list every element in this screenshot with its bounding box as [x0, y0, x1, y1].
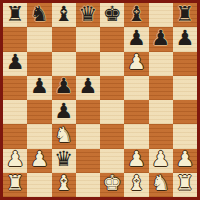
square-g6[interactable] [149, 52, 173, 76]
piece-black-N-b8: ♞ [30, 4, 49, 25]
square-f6[interactable]: ♟ [124, 52, 148, 76]
piece-white-P-h2: ♟ [175, 149, 194, 170]
square-a2[interactable]: ♟ [3, 149, 27, 173]
piece-white-N-g1: ♞ [151, 173, 170, 194]
piece-white-P-b2: ♟ [30, 149, 49, 170]
square-e7[interactable] [100, 27, 124, 51]
piece-white-K-e1: ♚ [103, 173, 122, 194]
piece-black-P-g7: ♟ [151, 28, 170, 49]
square-g3[interactable] [149, 124, 173, 148]
square-e3[interactable] [100, 124, 124, 148]
square-a6[interactable]: ♟ [3, 52, 27, 76]
piece-black-B-c8: ♝ [54, 4, 73, 25]
piece-black-P-f7: ♟ [127, 28, 146, 49]
chess-board: ♜♞♝♛♚♝♜♟♟♟♟♟♟♟♟♟♞♟♟♛♟♟♟♜♝♚♝♞♜ [0, 0, 200, 200]
piece-black-R-a8: ♜ [6, 4, 25, 25]
chess-board-grid: ♜♞♝♛♚♝♜♟♟♟♟♟♟♟♟♟♞♟♟♛♟♟♟♜♝♚♝♞♜ [3, 3, 197, 197]
piece-white-R-a1: ♜ [6, 173, 25, 194]
piece-white-B-f1: ♝ [127, 173, 146, 194]
square-b6[interactable] [27, 52, 51, 76]
square-b2[interactable]: ♟ [27, 149, 51, 173]
square-h7[interactable]: ♟ [173, 27, 197, 51]
square-h8[interactable]: ♜ [173, 3, 197, 27]
square-d5[interactable]: ♟ [76, 76, 100, 100]
square-c8[interactable]: ♝ [52, 3, 76, 27]
piece-white-P-g2: ♟ [151, 149, 170, 170]
square-b4[interactable] [27, 100, 51, 124]
square-d7[interactable] [76, 27, 100, 51]
square-c1[interactable]: ♝ [52, 173, 76, 197]
square-g1[interactable]: ♞ [149, 173, 173, 197]
piece-black-P-b5: ♟ [30, 76, 49, 97]
square-d4[interactable] [76, 100, 100, 124]
square-f7[interactable]: ♟ [124, 27, 148, 51]
square-f3[interactable] [124, 124, 148, 148]
square-c7[interactable] [52, 27, 76, 51]
piece-black-Q-c2: ♛ [54, 149, 73, 170]
piece-black-P-d5: ♟ [78, 76, 97, 97]
square-f4[interactable] [124, 100, 148, 124]
square-f5[interactable] [124, 76, 148, 100]
square-a7[interactable] [3, 27, 27, 51]
square-e6[interactable] [100, 52, 124, 76]
square-f1[interactable]: ♝ [124, 173, 148, 197]
square-f8[interactable]: ♝ [124, 3, 148, 27]
square-h1[interactable]: ♜ [173, 173, 197, 197]
piece-white-P-f2: ♟ [127, 149, 146, 170]
square-a5[interactable] [3, 76, 27, 100]
square-c6[interactable] [52, 52, 76, 76]
piece-white-B-c1: ♝ [54, 173, 73, 194]
piece-white-R-h1: ♜ [175, 173, 194, 194]
piece-black-R-h8: ♜ [175, 4, 194, 25]
square-a1[interactable]: ♜ [3, 173, 27, 197]
piece-black-P-c5: ♟ [54, 76, 73, 97]
square-e5[interactable] [100, 76, 124, 100]
piece-black-P-a6: ♟ [6, 52, 25, 73]
square-h3[interactable] [173, 124, 197, 148]
square-e4[interactable] [100, 100, 124, 124]
piece-white-N-c3: ♞ [54, 125, 73, 146]
square-h5[interactable] [173, 76, 197, 100]
square-e1[interactable]: ♚ [100, 173, 124, 197]
square-a4[interactable] [3, 100, 27, 124]
piece-white-P-a2: ♟ [6, 149, 25, 170]
square-b7[interactable] [27, 27, 51, 51]
piece-black-P-h7: ♟ [175, 28, 194, 49]
square-g4[interactable] [149, 100, 173, 124]
square-h2[interactable]: ♟ [173, 149, 197, 173]
square-c5[interactable]: ♟ [52, 76, 76, 100]
square-g5[interactable] [149, 76, 173, 100]
piece-black-P-c4: ♟ [54, 101, 73, 122]
square-f2[interactable]: ♟ [124, 149, 148, 173]
square-e2[interactable] [100, 149, 124, 173]
square-g2[interactable]: ♟ [149, 149, 173, 173]
square-c4[interactable]: ♟ [52, 100, 76, 124]
square-a8[interactable]: ♜ [3, 3, 27, 27]
piece-black-K-e8: ♚ [103, 4, 122, 25]
square-h6[interactable] [173, 52, 197, 76]
square-e8[interactable]: ♚ [100, 3, 124, 27]
piece-white-P-f6: ♟ [127, 52, 146, 73]
square-d1[interactable] [76, 173, 100, 197]
square-d3[interactable] [76, 124, 100, 148]
square-h4[interactable] [173, 100, 197, 124]
square-d8[interactable]: ♛ [76, 3, 100, 27]
square-b5[interactable]: ♟ [27, 76, 51, 100]
square-b1[interactable] [27, 173, 51, 197]
square-b8[interactable]: ♞ [27, 3, 51, 27]
piece-black-Q-d8: ♛ [78, 4, 97, 25]
square-d6[interactable] [76, 52, 100, 76]
piece-black-B-f8: ♝ [127, 4, 146, 25]
square-g8[interactable] [149, 3, 173, 27]
square-g7[interactable]: ♟ [149, 27, 173, 51]
square-b3[interactable] [27, 124, 51, 148]
square-d2[interactable] [76, 149, 100, 173]
square-c3[interactable]: ♞ [52, 124, 76, 148]
square-c2[interactable]: ♛ [52, 149, 76, 173]
square-a3[interactable] [3, 124, 27, 148]
